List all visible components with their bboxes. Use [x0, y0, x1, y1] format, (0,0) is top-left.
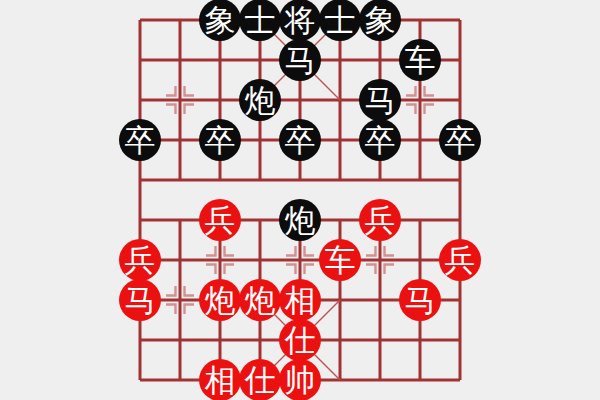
piece-black-ju[interactable]: 车: [399, 39, 441, 81]
piece-red-bing[interactable]: 兵: [439, 239, 481, 281]
piece-black-zu[interactable]: 卒: [279, 119, 321, 161]
piece-red-bing[interactable]: 兵: [359, 199, 401, 241]
piece-black-xiang[interactable]: 象: [199, 0, 241, 41]
piece-red-ju[interactable]: 车: [319, 239, 361, 281]
piece-red-bing[interactable]: 兵: [119, 239, 161, 281]
piece-red-shuai[interactable]: 帅: [279, 359, 321, 400]
piece-red-ma[interactable]: 马: [119, 279, 161, 321]
piece-red-xiang[interactable]: 相: [199, 359, 241, 400]
piece-black-jiang[interactable]: 将: [279, 0, 321, 41]
piece-black-shi[interactable]: 士: [239, 0, 281, 41]
piece-black-pao[interactable]: 炮: [279, 199, 321, 241]
piece-red-pao[interactable]: 炮: [239, 279, 281, 321]
board-grid[interactable]: 象士将士象马车炮马卒卒卒卒卒兵炮兵兵车兵马炮炮相马仕相仕帅: [120, 0, 480, 400]
piece-black-shi[interactable]: 士: [319, 0, 361, 41]
piece-red-shi[interactable]: 仕: [239, 359, 281, 400]
piece-red-bing[interactable]: 兵: [199, 199, 241, 241]
piece-red-pao[interactable]: 炮: [199, 279, 241, 321]
piece-red-shi[interactable]: 仕: [279, 319, 321, 361]
piece-black-zu[interactable]: 卒: [199, 119, 241, 161]
piece-black-xiang[interactable]: 象: [359, 0, 401, 41]
piece-black-zu[interactable]: 卒: [359, 119, 401, 161]
piece-black-pao[interactable]: 炮: [239, 79, 281, 121]
piece-black-zu[interactable]: 卒: [439, 119, 481, 161]
piece-red-xiang[interactable]: 相: [279, 279, 321, 321]
piece-black-ma[interactable]: 马: [279, 39, 321, 81]
piece-black-zu[interactable]: 卒: [119, 119, 161, 161]
xiangqi-diagram: 象士将士象马车炮马卒卒卒卒卒兵炮兵兵车兵马炮炮相马仕相仕帅: [0, 0, 600, 400]
piece-black-ma[interactable]: 马: [359, 79, 401, 121]
piece-red-ma[interactable]: 马: [399, 279, 441, 321]
